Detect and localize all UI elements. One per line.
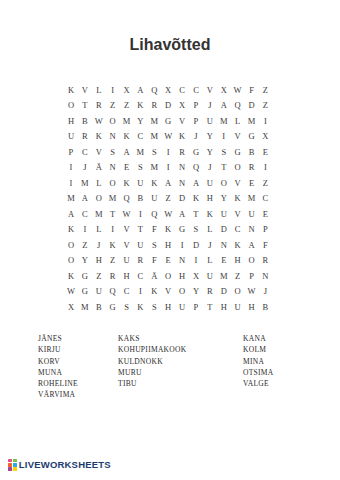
grid-cell[interactable]: U	[245, 206, 259, 222]
grid-cell[interactable]: W	[161, 206, 175, 222]
grid-cell[interactable]: Y	[189, 284, 203, 300]
grid-cell[interactable]: M	[147, 113, 161, 129]
grid-cell[interactable]: P	[189, 113, 203, 129]
grid-cell[interactable]: T	[217, 160, 231, 176]
grid-cell[interactable]: W	[245, 284, 259, 300]
grid-cell[interactable]: N	[258, 268, 272, 284]
grid-cell[interactable]: I	[106, 222, 120, 238]
grid-cell[interactable]: V	[203, 82, 217, 98]
grid-cell[interactable]: D	[189, 237, 203, 253]
grid-cell[interactable]: V	[231, 129, 245, 145]
grid-cell[interactable]: Ä	[147, 268, 161, 284]
grid-cell[interactable]: W	[64, 284, 78, 300]
grid-cell[interactable]: J	[258, 284, 272, 300]
grid-cell[interactable]: K	[106, 237, 120, 253]
grid-cell[interactable]: P	[258, 222, 272, 238]
grid-cell[interactable]: X	[64, 299, 78, 315]
grid-cell[interactable]: K	[231, 191, 245, 207]
grid-cell[interactable]: M	[133, 144, 147, 160]
grid-cell[interactable]: Z	[92, 268, 106, 284]
grid-cell[interactable]: W	[92, 113, 106, 129]
grid-cell[interactable]: U	[147, 191, 161, 207]
grid-cell[interactable]: K	[175, 129, 189, 145]
liveworksheets-logo-icon	[8, 459, 17, 471]
grid-cell[interactable]: H	[161, 299, 175, 315]
grid-cell[interactable]: C	[133, 129, 147, 145]
grid-cell[interactable]: X	[217, 82, 231, 98]
word-list-item: KANA	[243, 333, 320, 344]
grid-cell[interactable]: R	[203, 284, 217, 300]
grid-cell[interactable]: Z	[78, 237, 92, 253]
grid-cell[interactable]: O	[161, 268, 175, 284]
grid-cell[interactable]: S	[106, 144, 120, 160]
word-list-item: KULDNOKK	[118, 356, 243, 367]
grid-cell[interactable]: J	[203, 98, 217, 114]
grid-cell[interactable]: P	[245, 268, 259, 284]
grid-cell[interactable]: N	[245, 222, 259, 238]
grid-cell[interactable]: R	[245, 160, 259, 176]
grid-cell[interactable]: G	[78, 268, 92, 284]
worksheet-page: Lihavõtted KVLIXAQXCCVXWFZOTRZZKRDXPJAQD…	[0, 0, 340, 480]
grid-cell[interactable]: X	[120, 82, 134, 98]
grid-cell[interactable]: F	[245, 82, 259, 98]
grid-cell[interactable]: J	[189, 129, 203, 145]
grid-cell[interactable]: C	[189, 82, 203, 98]
grid-cell[interactable]: T	[203, 299, 217, 315]
word-list-item: KAKS	[118, 333, 243, 344]
grid-cell[interactable]: D	[245, 98, 259, 114]
grid-cell[interactable]: T	[106, 206, 120, 222]
grid-cell[interactable]: Z	[161, 191, 175, 207]
grid-cell[interactable]: M	[147, 129, 161, 145]
grid-cell[interactable]: N	[106, 129, 120, 145]
grid-cell[interactable]: Z	[231, 268, 245, 284]
grid-cell[interactable]: P	[189, 98, 203, 114]
grid-cell[interactable]: J	[92, 237, 106, 253]
grid-cell[interactable]: C	[258, 191, 272, 207]
grid-cell[interactable]: O	[106, 113, 120, 129]
grid-cell[interactable]: I	[189, 253, 203, 269]
word-list: JÄNESKIRJUKORVMUNAROHELINEVÄRVIMA KAKSKO…	[38, 333, 320, 401]
grid-cell[interactable]: S	[147, 237, 161, 253]
grid-cell[interactable]: I	[161, 160, 175, 176]
grid-cell[interactable]: Q	[106, 284, 120, 300]
grid-cell[interactable]: A	[175, 206, 189, 222]
word-list-item: MINA	[243, 356, 320, 367]
grid-cell[interactable]: Z	[106, 253, 120, 269]
grid-cell[interactable]: Z	[258, 98, 272, 114]
grid-cell[interactable]: A	[189, 175, 203, 191]
word-search-grid: KVLIXAQXCCVXWFZOTRZZKRDXPJAQDZHBWOMYMGVP…	[64, 82, 272, 315]
grid-cell[interactable]: A	[133, 82, 147, 98]
grid-cell[interactable]: G	[161, 113, 175, 129]
grid-cell[interactable]: I	[161, 144, 175, 160]
grid-cell[interactable]: C	[78, 144, 92, 160]
grid-cell[interactable]: R	[92, 98, 106, 114]
grid-cell[interactable]: D	[217, 222, 231, 238]
word-list-column-2: KAKSKOHUPIIMAKOOKKULDNOKKMURUTIBU	[118, 333, 243, 401]
grid-cell[interactable]: K	[120, 129, 134, 145]
grid-cell[interactable]: F	[147, 253, 161, 269]
grid-cell[interactable]: M	[106, 191, 120, 207]
grid-cell[interactable]: N	[175, 175, 189, 191]
grid-cell[interactable]: K	[231, 237, 245, 253]
grid-cell[interactable]: N	[217, 237, 231, 253]
grid-cell[interactable]: D	[161, 98, 175, 114]
grid-cell[interactable]: H	[64, 113, 78, 129]
grid-cell[interactable]: B	[133, 191, 147, 207]
grid-cell[interactable]: B	[78, 113, 92, 129]
grid-cell[interactable]: O	[92, 191, 106, 207]
grid-cell[interactable]: U	[203, 113, 217, 129]
grid-cell[interactable]: K	[133, 98, 147, 114]
grid-cell[interactable]: U	[133, 175, 147, 191]
grid-cell[interactable]: M	[245, 191, 259, 207]
grid-cell[interactable]: Y	[133, 113, 147, 129]
grid-cell[interactable]: C	[120, 284, 134, 300]
grid-cell[interactable]: R	[78, 129, 92, 145]
word-list-item: KORV	[38, 356, 118, 367]
word-list-item: JÄNES	[38, 333, 118, 344]
grid-cell[interactable]: S	[147, 144, 161, 160]
grid-cell[interactable]: E	[120, 160, 134, 176]
grid-cell[interactable]: U	[231, 299, 245, 315]
grid-cell[interactable]: I	[78, 222, 92, 238]
grid-cell[interactable]: S	[120, 299, 134, 315]
grid-cell[interactable]: Z	[120, 98, 134, 114]
grid-cell[interactable]: R	[133, 253, 147, 269]
grid-cell[interactable]: I	[258, 113, 272, 129]
grid-cell[interactable]: X	[161, 82, 175, 98]
grid-cell[interactable]: E	[258, 206, 272, 222]
grid-cell[interactable]: M	[217, 113, 231, 129]
word-list-item: OTSIMA	[243, 367, 320, 378]
grid-cell[interactable]: U	[133, 237, 147, 253]
word-list-item: VÄRVIMA	[38, 389, 118, 400]
grid-cell[interactable]: F	[147, 222, 161, 238]
grid-cell[interactable]: G	[245, 129, 259, 145]
word-list-item: MUNA	[38, 367, 118, 378]
grid-cell[interactable]: G	[106, 299, 120, 315]
grid-cell[interactable]: U	[120, 253, 134, 269]
grid-cell[interactable]: O	[64, 98, 78, 114]
word-list-item: MURU	[118, 367, 243, 378]
grid-cell[interactable]: I	[64, 160, 78, 176]
grid-cell[interactable]: Z	[258, 82, 272, 98]
grid-cell[interactable]: E	[245, 175, 259, 191]
grid-cell[interactable]: T	[78, 98, 92, 114]
grid-cell[interactable]: E	[217, 253, 231, 269]
grid-cell[interactable]: K	[203, 206, 217, 222]
grid-cell[interactable]: D	[217, 284, 231, 300]
grid-cell[interactable]: A	[245, 237, 259, 253]
grid-cell[interactable]: M	[147, 160, 161, 176]
grid-cell[interactable]: H	[120, 268, 134, 284]
grid-cell[interactable]: K	[64, 222, 78, 238]
grid-cell[interactable]: I	[133, 206, 147, 222]
word-list-item: ROHELINE	[38, 378, 118, 389]
word-list-column-3: KANAKOLMMINAOTSIMAVALGE	[243, 333, 320, 401]
grid-cell[interactable]: Q	[189, 160, 203, 176]
grid-cell[interactable]: X	[258, 129, 272, 145]
grid-cell[interactable]: R	[258, 253, 272, 269]
grid-cell[interactable]: V	[120, 237, 134, 253]
grid-cell[interactable]: A	[217, 98, 231, 114]
grid-cell[interactable]: L	[92, 82, 106, 98]
grid-cell[interactable]: X	[189, 268, 203, 284]
grid-cell[interactable]: K	[147, 284, 161, 300]
grid-cell[interactable]: K	[92, 129, 106, 145]
grid-cell[interactable]: S	[147, 299, 161, 315]
page-title: Lihavõtted	[0, 36, 340, 54]
grid-cell[interactable]: K	[189, 191, 203, 207]
grid-cell[interactable]: U	[175, 299, 189, 315]
grid-cell[interactable]: Y	[203, 144, 217, 160]
grid-cell[interactable]: Q	[147, 82, 161, 98]
grid-cell[interactable]: I	[175, 237, 189, 253]
grid-cell[interactable]: O	[64, 253, 78, 269]
grid-cell[interactable]: Q	[231, 98, 245, 114]
footer: LIVEWORKSHEETS	[8, 459, 111, 471]
grid-cell[interactable]: O	[245, 253, 259, 269]
grid-cell[interactable]: G	[189, 144, 203, 160]
grid-cell[interactable]: O	[175, 284, 189, 300]
grid-cell[interactable]: Z	[258, 175, 272, 191]
brand-name: LIVEWORKSHEETS	[19, 459, 111, 470]
grid-cell[interactable]: L	[92, 175, 106, 191]
grid-cell[interactable]: W	[161, 129, 175, 145]
grid-cell[interactable]: O	[231, 284, 245, 300]
word-list-item: TIBU	[118, 378, 243, 389]
grid-cell[interactable]: J	[78, 160, 92, 176]
grid-cell[interactable]: C	[175, 82, 189, 98]
grid-cell[interactable]: Z	[106, 98, 120, 114]
grid-cell[interactable]: A	[161, 175, 175, 191]
grid-cell[interactable]: R	[106, 268, 120, 284]
grid-cell[interactable]: U	[64, 129, 78, 145]
grid-cell[interactable]: O	[217, 175, 231, 191]
grid-cell[interactable]: P	[189, 299, 203, 315]
grid-cell[interactable]: K	[147, 175, 161, 191]
grid-cell[interactable]: O	[231, 160, 245, 176]
grid-cell[interactable]: U	[203, 268, 217, 284]
grid-cell[interactable]: F	[258, 237, 272, 253]
grid-cell[interactable]: N	[175, 160, 189, 176]
grid-cell[interactable]: W	[231, 82, 245, 98]
grid-cell[interactable]: T	[133, 222, 147, 238]
grid-cell[interactable]: V	[175, 113, 189, 129]
grid-cell[interactable]: M	[217, 268, 231, 284]
grid-cell[interactable]: H	[175, 268, 189, 284]
grid-cell[interactable]: L	[203, 253, 217, 269]
grid-cell[interactable]: K	[133, 299, 147, 315]
grid-cell[interactable]: A	[120, 144, 134, 160]
grid-cell[interactable]: H	[245, 299, 259, 315]
word-list-item: KOLM	[243, 344, 320, 355]
grid-cell[interactable]: M	[92, 206, 106, 222]
grid-cell[interactable]: E	[161, 253, 175, 269]
grid-cell[interactable]: P	[64, 144, 78, 160]
grid-cell[interactable]: J	[203, 160, 217, 176]
grid-cell[interactable]: V	[120, 222, 134, 238]
grid-cell[interactable]: T	[189, 206, 203, 222]
grid-cell[interactable]: Q	[147, 206, 161, 222]
grid-cell[interactable]: B	[258, 299, 272, 315]
word-list-item: KIRJU	[38, 344, 118, 355]
grid-cell[interactable]: I	[258, 160, 272, 176]
grid-cell[interactable]: B	[245, 144, 259, 160]
grid-cell[interactable]: Y	[78, 253, 92, 269]
grid-cell[interactable]: U	[217, 206, 231, 222]
grid-cell[interactable]: W	[120, 206, 134, 222]
grid-cell[interactable]: O	[64, 237, 78, 253]
grid-cell[interactable]: Ä	[92, 160, 106, 176]
grid-cell[interactable]: K	[64, 268, 78, 284]
grid-cell[interactable]: M	[245, 113, 259, 129]
grid-cell[interactable]: V	[92, 144, 106, 160]
grid-cell[interactable]: Y	[203, 129, 217, 145]
grid-cell[interactable]: R	[147, 98, 161, 114]
grid-cell[interactable]: V	[78, 82, 92, 98]
grid-cell[interactable]: M	[120, 113, 134, 129]
grid-cell[interactable]: M	[64, 191, 78, 207]
grid-cell[interactable]: H	[203, 191, 217, 207]
grid-cell[interactable]: R	[175, 144, 189, 160]
grid-cell[interactable]: K	[120, 175, 134, 191]
word-list-column-1: JÄNESKIRJUKORVMUNAROHELINEVÄRVIMA	[38, 333, 118, 401]
grid-cell[interactable]: I	[64, 175, 78, 191]
grid-cell[interactable]: N	[106, 160, 120, 176]
grid-cell[interactable]: K	[64, 82, 78, 98]
grid-cell[interactable]: D	[175, 191, 189, 207]
grid-cell[interactable]: S	[217, 144, 231, 160]
grid-cell[interactable]: S	[133, 160, 147, 176]
grid-cell[interactable]: V	[231, 175, 245, 191]
grid-cell[interactable]: C	[133, 268, 147, 284]
grid-cell[interactable]: M	[78, 175, 92, 191]
grid-cell[interactable]: V	[231, 206, 245, 222]
grid-cell[interactable]: A	[78, 191, 92, 207]
grid-cell[interactable]: V	[161, 284, 175, 300]
grid-cell[interactable]: S	[189, 222, 203, 238]
grid-cell[interactable]: X	[175, 98, 189, 114]
grid-cell[interactable]: O	[106, 175, 120, 191]
grid-cell[interactable]: B	[92, 299, 106, 315]
grid-cell[interactable]: L	[231, 113, 245, 129]
word-list-item: KOHUPIIMAKOOK	[118, 344, 243, 355]
grid-cell[interactable]: I	[217, 129, 231, 145]
grid-cell[interactable]: G	[78, 284, 92, 300]
grid-cell[interactable]: U	[92, 284, 106, 300]
grid-cell[interactable]: L	[203, 222, 217, 238]
grid-cell[interactable]: H	[217, 299, 231, 315]
grid-cell[interactable]: C	[78, 206, 92, 222]
grid-cell[interactable]: H	[231, 253, 245, 269]
grid-cell[interactable]: L	[92, 222, 106, 238]
grid-cell[interactable]: K	[161, 222, 175, 238]
grid-cell[interactable]: C	[231, 222, 245, 238]
grid-cell[interactable]: I	[106, 82, 120, 98]
grid-cell[interactable]: H	[92, 253, 106, 269]
grid-cell[interactable]: G	[175, 222, 189, 238]
grid-cell[interactable]: H	[161, 237, 175, 253]
grid-cell[interactable]: G	[231, 144, 245, 160]
grid-cell[interactable]: Q	[120, 191, 134, 207]
grid-cell[interactable]: J	[203, 237, 217, 253]
grid-cell[interactable]: N	[175, 253, 189, 269]
grid-cell[interactable]: I	[133, 284, 147, 300]
grid-cell[interactable]: Y	[217, 191, 231, 207]
grid-cell[interactable]: U	[203, 175, 217, 191]
grid-cell[interactable]: M	[78, 299, 92, 315]
word-list-item: VALGE	[243, 378, 320, 389]
grid-cell[interactable]: E	[258, 144, 272, 160]
grid-cell[interactable]: A	[64, 206, 78, 222]
